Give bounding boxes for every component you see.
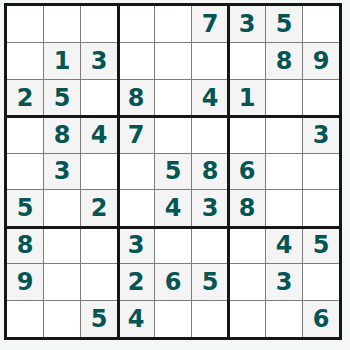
cell-r3c7: 1	[229, 80, 265, 116]
cell-r4c4: 7	[118, 117, 154, 153]
cell-r2c5[interactable]	[155, 43, 191, 79]
cell-r6c8[interactable]	[266, 190, 302, 226]
cell-r7c6[interactable]	[192, 227, 228, 263]
sudoku-board-frame: 7351389258418473358652438834592653546	[4, 3, 342, 340]
cell-r7c5[interactable]	[155, 227, 191, 263]
cell-r9c5[interactable]	[155, 301, 191, 337]
cell-r1c2[interactable]	[44, 6, 80, 42]
cell-r6c2[interactable]	[44, 190, 80, 226]
cell-r3c3[interactable]	[81, 80, 117, 116]
cell-r2c4[interactable]	[118, 43, 154, 79]
cell-r9c7[interactable]	[229, 301, 265, 337]
cell-r3c4: 8	[118, 80, 154, 116]
cell-r1c3[interactable]	[81, 6, 117, 42]
cell-r8c6: 5	[192, 264, 228, 300]
cell-r5c5: 5	[155, 154, 191, 190]
cell-r9c3: 5	[81, 301, 117, 337]
cell-r6c1: 5	[7, 190, 43, 226]
cell-r2c6[interactable]	[192, 43, 228, 79]
cell-r3c8[interactable]	[266, 80, 302, 116]
cell-r9c2[interactable]	[44, 301, 80, 337]
cell-r6c6: 3	[192, 190, 228, 226]
cell-r8c8: 3	[266, 264, 302, 300]
cell-r4c5[interactable]	[155, 117, 191, 153]
cell-r6c7: 8	[229, 190, 265, 226]
cell-r3c2: 5	[44, 80, 80, 116]
cell-r7c9: 5	[303, 227, 339, 263]
cell-r5c6: 8	[192, 154, 228, 190]
cell-r5c9[interactable]	[303, 154, 339, 190]
cell-r8c3[interactable]	[81, 264, 117, 300]
cell-r9c4: 4	[118, 301, 154, 337]
cell-r3c1: 2	[7, 80, 43, 116]
cell-r5c7: 6	[229, 154, 265, 190]
cell-r9c6[interactable]	[192, 301, 228, 337]
cell-r4c6[interactable]	[192, 117, 228, 153]
cell-r1c5[interactable]	[155, 6, 191, 42]
cell-r2c8: 8	[266, 43, 302, 79]
cell-r2c2: 1	[44, 43, 80, 79]
cell-r7c2[interactable]	[44, 227, 80, 263]
cell-r5c8[interactable]	[266, 154, 302, 190]
cell-r4c3: 4	[81, 117, 117, 153]
cell-r7c1: 8	[7, 227, 43, 263]
cell-r1c4[interactable]	[118, 6, 154, 42]
cell-r7c8: 4	[266, 227, 302, 263]
cell-r8c4: 2	[118, 264, 154, 300]
cell-r2c1[interactable]	[7, 43, 43, 79]
cell-r6c3: 2	[81, 190, 117, 226]
cell-r9c9: 6	[303, 301, 339, 337]
cell-r8c1: 9	[7, 264, 43, 300]
cell-r6c4[interactable]	[118, 190, 154, 226]
cell-r4c2: 8	[44, 117, 80, 153]
cell-r3c6: 4	[192, 80, 228, 116]
cell-r6c9[interactable]	[303, 190, 339, 226]
cell-r3c5[interactable]	[155, 80, 191, 116]
cell-r3c9[interactable]	[303, 80, 339, 116]
cell-r1c6: 7	[192, 6, 228, 42]
cell-r5c3[interactable]	[81, 154, 117, 190]
cell-r4c7[interactable]	[229, 117, 265, 153]
cell-r1c7: 3	[229, 6, 265, 42]
cell-r7c7[interactable]	[229, 227, 265, 263]
cell-r9c1[interactable]	[7, 301, 43, 337]
cell-r5c2: 3	[44, 154, 80, 190]
cell-r1c9[interactable]	[303, 6, 339, 42]
cell-r8c2[interactable]	[44, 264, 80, 300]
sudoku-board: 7351389258418473358652438834592653546	[7, 6, 339, 337]
cell-r4c1[interactable]	[7, 117, 43, 153]
cell-r8c5: 6	[155, 264, 191, 300]
cell-r5c1[interactable]	[7, 154, 43, 190]
cell-r9c8[interactable]	[266, 301, 302, 337]
cell-r5c4[interactable]	[118, 154, 154, 190]
cell-r7c3[interactable]	[81, 227, 117, 263]
cell-r4c8[interactable]	[266, 117, 302, 153]
cell-r2c7[interactable]	[229, 43, 265, 79]
cell-r2c9: 9	[303, 43, 339, 79]
cell-r1c1[interactable]	[7, 6, 43, 42]
cell-r8c7[interactable]	[229, 264, 265, 300]
cell-r8c9[interactable]	[303, 264, 339, 300]
cell-r7c4: 3	[118, 227, 154, 263]
cell-r2c3: 3	[81, 43, 117, 79]
cell-r6c5: 4	[155, 190, 191, 226]
cell-r4c9: 3	[303, 117, 339, 153]
cell-r1c8: 5	[266, 6, 302, 42]
